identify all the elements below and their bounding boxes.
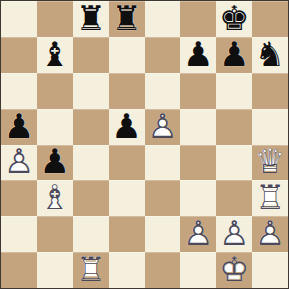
square-d6[interactable] xyxy=(109,73,145,109)
square-f8[interactable] xyxy=(180,1,216,37)
square-a2[interactable] xyxy=(1,216,37,252)
square-d2[interactable] xyxy=(109,216,145,252)
black-pawn[interactable]: ♟ xyxy=(180,37,216,73)
square-f4[interactable] xyxy=(180,145,216,181)
piece-glyph: ♚ xyxy=(219,1,249,35)
black-bishop[interactable]: ♝ xyxy=(37,37,73,73)
piece-glyph: ♞ xyxy=(255,36,285,70)
square-h7[interactable]: ♞ xyxy=(252,37,288,73)
piece-glyph: ♜ xyxy=(111,1,141,35)
square-e2[interactable] xyxy=(145,216,181,252)
square-b8[interactable] xyxy=(37,1,73,37)
white-pawn[interactable]: ♟♙ xyxy=(1,145,37,181)
piece-glyph: ♟ xyxy=(111,108,141,142)
square-b7[interactable]: ♝ xyxy=(37,37,73,73)
square-c4[interactable] xyxy=(73,145,109,181)
square-g1[interactable]: ♚♔ xyxy=(216,252,252,288)
square-e7[interactable] xyxy=(145,37,181,73)
black-pawn[interactable]: ♟ xyxy=(37,145,73,181)
piece-glyph: ♝ xyxy=(40,36,70,70)
white-pawn[interactable]: ♟♙ xyxy=(252,216,288,252)
white-rook[interactable]: ♜♖ xyxy=(73,252,109,288)
square-e1[interactable] xyxy=(145,252,181,288)
square-d3[interactable] xyxy=(109,180,145,216)
black-pawn[interactable]: ♟ xyxy=(216,37,252,73)
white-queen[interactable]: ♛♕ xyxy=(252,145,288,181)
square-b6[interactable] xyxy=(37,73,73,109)
square-h8[interactable] xyxy=(252,1,288,37)
square-a4[interactable]: ♟♙ xyxy=(1,145,37,181)
square-e6[interactable] xyxy=(145,73,181,109)
square-a8[interactable] xyxy=(1,1,37,37)
square-a5[interactable]: ♟ xyxy=(1,109,37,145)
square-b1[interactable] xyxy=(37,252,73,288)
black-king[interactable]: ♚ xyxy=(216,1,252,37)
square-f6[interactable] xyxy=(180,73,216,109)
piece-glyph: ♟ xyxy=(183,36,213,70)
square-d4[interactable] xyxy=(109,145,145,181)
square-h6[interactable] xyxy=(252,73,288,109)
chess-board-frame: ♜♜♚♝♟♟♞♟♟♟♙♟♙♟♛♕♝♗♜♖♟♙♟♙♟♙♜♖♚♔ xyxy=(0,0,289,289)
piece-outline-glyph: ♖ xyxy=(75,252,105,286)
square-d1[interactable] xyxy=(109,252,145,288)
square-e8[interactable] xyxy=(145,1,181,37)
piece-glyph: ♟ xyxy=(40,144,70,178)
square-b5[interactable] xyxy=(37,109,73,145)
white-pawn[interactable]: ♟♙ xyxy=(216,216,252,252)
piece-outline-glyph: ♙ xyxy=(4,144,34,178)
square-a1[interactable] xyxy=(1,252,37,288)
square-h1[interactable] xyxy=(252,252,288,288)
square-d7[interactable] xyxy=(109,37,145,73)
piece-outline-glyph: ♙ xyxy=(219,216,249,250)
square-a6[interactable] xyxy=(1,73,37,109)
square-h5[interactable] xyxy=(252,109,288,145)
square-d8[interactable]: ♜ xyxy=(109,1,145,37)
square-g4[interactable] xyxy=(216,145,252,181)
square-g7[interactable]: ♟ xyxy=(216,37,252,73)
chess-board: ♜♜♚♝♟♟♞♟♟♟♙♟♙♟♛♕♝♗♜♖♟♙♟♙♟♙♜♖♚♔ xyxy=(1,1,288,288)
square-c2[interactable] xyxy=(73,216,109,252)
piece-outline-glyph: ♕ xyxy=(255,144,285,178)
square-e4[interactable] xyxy=(145,145,181,181)
white-rook[interactable]: ♜♖ xyxy=(252,180,288,216)
square-f3[interactable] xyxy=(180,180,216,216)
square-h4[interactable]: ♛♕ xyxy=(252,145,288,181)
piece-outline-glyph: ♙ xyxy=(183,216,213,250)
square-f7[interactable]: ♟ xyxy=(180,37,216,73)
black-rook[interactable]: ♜ xyxy=(73,1,109,37)
square-f2[interactable]: ♟♙ xyxy=(180,216,216,252)
black-pawn[interactable]: ♟ xyxy=(1,109,37,145)
square-a7[interactable] xyxy=(1,37,37,73)
piece-outline-glyph: ♗ xyxy=(40,180,70,214)
square-e3[interactable] xyxy=(145,180,181,216)
square-b2[interactable] xyxy=(37,216,73,252)
black-knight[interactable]: ♞ xyxy=(252,37,288,73)
piece-outline-glyph: ♖ xyxy=(255,180,285,214)
piece-glyph: ♟ xyxy=(4,108,34,142)
square-a3[interactable] xyxy=(1,180,37,216)
square-g2[interactable]: ♟♙ xyxy=(216,216,252,252)
white-pawn[interactable]: ♟♙ xyxy=(145,109,181,145)
piece-glyph: ♟ xyxy=(219,36,249,70)
square-e5[interactable]: ♟♙ xyxy=(145,109,181,145)
square-g6[interactable] xyxy=(216,73,252,109)
piece-glyph: ♜ xyxy=(75,1,105,35)
square-f5[interactable] xyxy=(180,109,216,145)
square-c3[interactable] xyxy=(73,180,109,216)
square-c5[interactable] xyxy=(73,109,109,145)
piece-outline-glyph: ♙ xyxy=(147,108,177,142)
square-g8[interactable]: ♚ xyxy=(216,1,252,37)
square-d5[interactable]: ♟ xyxy=(109,109,145,145)
white-bishop[interactable]: ♝♗ xyxy=(37,180,73,216)
square-h3[interactable]: ♜♖ xyxy=(252,180,288,216)
square-g5[interactable] xyxy=(216,109,252,145)
square-h2[interactable]: ♟♙ xyxy=(252,216,288,252)
black-rook[interactable]: ♜ xyxy=(109,1,145,37)
square-c1[interactable]: ♜♖ xyxy=(73,252,109,288)
piece-outline-glyph: ♙ xyxy=(255,216,285,250)
square-f1[interactable] xyxy=(180,252,216,288)
square-b4[interactable]: ♟ xyxy=(37,145,73,181)
square-b3[interactable]: ♝♗ xyxy=(37,180,73,216)
white-pawn[interactable]: ♟♙ xyxy=(180,216,216,252)
square-c6[interactable] xyxy=(73,73,109,109)
square-c7[interactable] xyxy=(73,37,109,73)
black-pawn[interactable]: ♟ xyxy=(109,109,145,145)
square-g3[interactable] xyxy=(216,180,252,216)
piece-outline-glyph: ♔ xyxy=(219,252,249,286)
white-king[interactable]: ♚♔ xyxy=(216,252,252,288)
square-c8[interactable]: ♜ xyxy=(73,1,109,37)
